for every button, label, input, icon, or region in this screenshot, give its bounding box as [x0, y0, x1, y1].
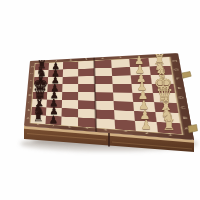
- frame-coordinate-label: 7: [53, 60, 59, 62]
- frame-coordinate-label: 8: [40, 61, 45, 63]
- square: [113, 84, 133, 93]
- wood-grain-line: [27, 134, 106, 141]
- frame-coordinate-label: 7: [50, 124, 56, 127]
- frame-coordinate-label: 4: [102, 128, 110, 131]
- frame-coordinate-label: B: [180, 116, 189, 119]
- frame-coordinate-label: 8: [35, 123, 41, 126]
- frame-coordinate-label: A: [26, 117, 31, 120]
- frame-coordinate-label: E: [28, 87, 33, 89]
- chess-board: 88HH77GG66FF55EE44DD33CC22BB11AA: [24, 53, 194, 140]
- frame-coordinate-label: F: [174, 77, 182, 80]
- square: [34, 77, 48, 84]
- square: [152, 84, 175, 93]
- frame-coordinate-label: 5: [83, 58, 89, 60]
- product-photo: 88HH77GG66FF55EE44DD33CC22BB11AA ♜♟♟♜♞♟♟…: [0, 0, 200, 200]
- frame-coordinate-label: 1: [165, 133, 175, 137]
- frame-coordinate-label: C: [179, 106, 188, 109]
- brass-clasp-top: [182, 72, 191, 79]
- frame-coordinate-label: D: [177, 96, 185, 99]
- frame-coordinate-label: 6: [68, 59, 74, 61]
- frame-coordinate-label: H: [30, 66, 35, 68]
- board-squares-grid: [31, 57, 182, 134]
- square: [78, 76, 95, 84]
- square: [151, 75, 174, 84]
- frame-coordinate-label: 4: [99, 57, 106, 59]
- square: [62, 76, 78, 84]
- frame-coordinate-label: C: [27, 102, 32, 104]
- frame-coordinate-label: D: [28, 94, 33, 96]
- frame-coordinate-label: H: [171, 60, 179, 63]
- frame-coordinate-label: G: [172, 68, 180, 71]
- frame-coordinate-label: 5: [83, 127, 90, 130]
- frame-coordinate-label: 2: [142, 131, 151, 135]
- wood-grain-line: [112, 142, 192, 149]
- table-shadow-core: [32, 137, 192, 146]
- frame-coordinate-label: F: [29, 80, 34, 82]
- frame-coordinate-label: A: [182, 127, 191, 131]
- square: [95, 84, 113, 92]
- square: [95, 76, 113, 84]
- square: [62, 84, 78, 92]
- table-shadow: [20, 136, 198, 151]
- square: [131, 75, 152, 84]
- square: [48, 77, 63, 85]
- square: [150, 66, 172, 75]
- frame-coordinate-label: 3: [121, 130, 129, 133]
- frame-coordinate-label: G: [30, 73, 35, 75]
- frame-coordinate-label: 3: [116, 56, 123, 59]
- square: [132, 84, 153, 93]
- frame-coordinate-label: 6: [66, 126, 73, 129]
- frame-coordinate-label: B: [26, 109, 31, 111]
- frame-coordinate-label: E: [175, 87, 183, 90]
- square: [47, 84, 62, 92]
- frame-coordinate-label: 1: [154, 54, 162, 57]
- square: [112, 75, 131, 84]
- square: [78, 84, 95, 92]
- square: [33, 84, 48, 91]
- frame-coordinate-label: 2: [135, 55, 143, 58]
